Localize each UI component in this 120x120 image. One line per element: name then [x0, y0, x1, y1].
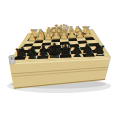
chess-set-product-photo: ♜♞♝♚♛♝♞♜♟♟♟♟♟♟♟♟♟♟♟♟♟♟♟♟♜♞♝♚♛♝♞♜: [0, 0, 120, 120]
white-pawn-a2: ♟: [83, 27, 93, 40]
black-rook-a8: ♜: [94, 43, 107, 59]
chess-scene-svg: ♜♞♝♚♛♝♞♜♟♟♟♟♟♟♟♟♟♟♟♟♟♟♟♟♜♞♝♚♛♝♞♜: [0, 0, 120, 120]
